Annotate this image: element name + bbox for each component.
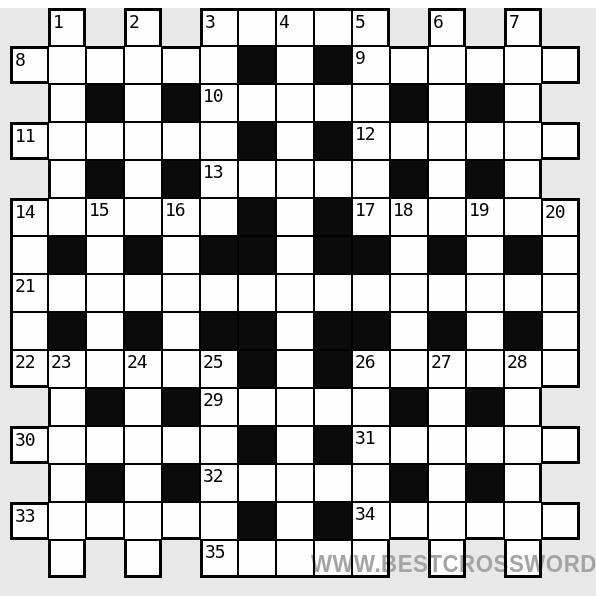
white-cell-r11c7[interactable] <box>276 426 314 464</box>
white-cell-r8c2[interactable] <box>86 312 124 350</box>
white-cell-r6c7[interactable] <box>276 236 314 274</box>
white-cell-r7c7[interactable] <box>276 274 314 312</box>
white-cell-r13c14[interactable] <box>542 502 580 540</box>
top-margin-strip <box>0 0 596 8</box>
black-cell-r8c9 <box>352 312 390 350</box>
clue-number-27: 27 <box>431 351 451 372</box>
black-cell-r10c10 <box>390 388 428 426</box>
white-cell-r1c1[interactable] <box>48 46 86 84</box>
black-cell-r13c8 <box>314 502 352 540</box>
black-cell-r6c1 <box>48 236 86 274</box>
white-cell-r9c0[interactable]: 22 <box>10 350 48 388</box>
white-cell-r10c9[interactable] <box>352 388 390 426</box>
clue-number-21: 21 <box>15 275 35 296</box>
white-cell-r12c5[interactable]: 32 <box>200 464 238 502</box>
white-cell-r4c5[interactable]: 13 <box>200 160 238 198</box>
white-cell-r10c1[interactable] <box>48 388 86 426</box>
white-cell-r4c3[interactable] <box>124 160 162 198</box>
black-cell-r2c2 <box>86 84 124 122</box>
white-cell-r11c14[interactable] <box>542 426 580 464</box>
white-cell-r2c11[interactable] <box>428 84 466 122</box>
white-cell-r10c8[interactable] <box>314 388 352 426</box>
clue-number-20: 20 <box>545 201 565 222</box>
black-cell-r8c3 <box>124 312 162 350</box>
white-cell-r0c11[interactable]: 6 <box>428 8 466 46</box>
clue-number-24: 24 <box>127 351 147 372</box>
white-cell-r12c1[interactable] <box>48 464 86 502</box>
white-cell-r11c2[interactable] <box>86 426 124 464</box>
clue-number-7: 7 <box>509 11 519 32</box>
white-cell-r1c13[interactable] <box>504 46 542 84</box>
white-cell-r9c3[interactable]: 24 <box>124 350 162 388</box>
white-cell-r3c9[interactable]: 12 <box>352 122 390 160</box>
clue-number-29: 29 <box>203 389 223 410</box>
black-cell-r2c4 <box>162 84 200 122</box>
clue-number-1: 1 <box>53 11 63 32</box>
white-cell-r1c7[interactable] <box>276 46 314 84</box>
black-cell-r1c6 <box>238 46 276 84</box>
black-cell-r9c6 <box>238 350 276 388</box>
white-cell-r1c3[interactable] <box>124 46 162 84</box>
white-cell-r14c3[interactable] <box>124 540 162 578</box>
white-cell-r9c1[interactable]: 23 <box>48 350 86 388</box>
black-cell-r11c6 <box>238 426 276 464</box>
white-cell-r13c3[interactable] <box>124 502 162 540</box>
clue-number-30: 30 <box>15 429 35 450</box>
white-cell-r7c13[interactable] <box>504 274 542 312</box>
white-cell-r8c10[interactable] <box>390 312 428 350</box>
white-cell-r4c11[interactable] <box>428 160 466 198</box>
black-cell-r11c8 <box>314 426 352 464</box>
white-cell-r13c11[interactable] <box>428 502 466 540</box>
clue-number-25: 25 <box>203 351 223 372</box>
clue-number-17: 17 <box>355 199 375 220</box>
white-cell-r5c1[interactable] <box>48 198 86 236</box>
white-cell-r2c6[interactable] <box>238 84 276 122</box>
clue-number-28: 28 <box>507 351 527 372</box>
white-cell-r0c3[interactable]: 2 <box>124 8 162 46</box>
white-cell-r13c4[interactable] <box>162 502 200 540</box>
clue-number-26: 26 <box>355 351 375 372</box>
white-cell-r12c7[interactable] <box>276 464 314 502</box>
white-cell-r3c3[interactable] <box>124 122 162 160</box>
white-cell-r5c12[interactable]: 19 <box>466 198 504 236</box>
white-cell-r3c5[interactable] <box>200 122 238 160</box>
white-cell-r13c2[interactable] <box>86 502 124 540</box>
white-cell-r5c7[interactable] <box>276 198 314 236</box>
white-cell-r1c10[interactable] <box>390 46 428 84</box>
white-cell-r9c14[interactable] <box>542 350 580 388</box>
white-cell-r2c3[interactable] <box>124 84 162 122</box>
white-cell-r5c9[interactable]: 17 <box>352 198 390 236</box>
white-cell-r2c5[interactable]: 10 <box>200 84 238 122</box>
white-cell-r5c14[interactable]: 20 <box>542 198 580 236</box>
white-cell-r4c1[interactable] <box>48 160 86 198</box>
white-cell-r13c1[interactable] <box>48 502 86 540</box>
white-cell-r0c7[interactable]: 4 <box>276 8 314 46</box>
white-cell-r0c9[interactable]: 5 <box>352 8 390 46</box>
black-cell-r8c8 <box>314 312 352 350</box>
clue-number-16: 16 <box>165 199 185 220</box>
white-cell-r9c4[interactable] <box>162 350 200 388</box>
black-cell-r6c3 <box>124 236 162 274</box>
black-cell-r12c12 <box>466 464 504 502</box>
clue-number-9: 9 <box>355 47 365 68</box>
black-cell-r6c8 <box>314 236 352 274</box>
white-cell-r7c2[interactable] <box>86 274 124 312</box>
white-cell-r7c9[interactable] <box>352 274 390 312</box>
white-cell-r9c2[interactable] <box>86 350 124 388</box>
white-cell-r1c2[interactable] <box>86 46 124 84</box>
clue-number-12: 12 <box>355 123 375 144</box>
white-cell-r8c12[interactable] <box>466 312 504 350</box>
white-cell-r7c4[interactable] <box>162 274 200 312</box>
white-cell-r13c10[interactable] <box>390 502 428 540</box>
clue-number-10: 10 <box>203 85 223 106</box>
black-cell-r8c11 <box>428 312 466 350</box>
white-cell-r1c9[interactable]: 9 <box>352 46 390 84</box>
clue-number-4: 4 <box>279 11 289 32</box>
white-cell-r3c11[interactable] <box>428 122 466 160</box>
black-cell-r6c5 <box>200 236 238 274</box>
black-cell-r6c13 <box>504 236 542 274</box>
black-cell-r3c6 <box>238 122 276 160</box>
clue-number-34: 34 <box>355 503 375 524</box>
white-cell-r7c5[interactable] <box>200 274 238 312</box>
white-cell-r6c12[interactable] <box>466 236 504 274</box>
white-cell-r6c14[interactable] <box>542 236 580 274</box>
black-cell-r3c8 <box>314 122 352 160</box>
white-cell-r7c1[interactable] <box>48 274 86 312</box>
black-cell-r8c13 <box>504 312 542 350</box>
clue-number-13: 13 <box>203 161 223 182</box>
clue-number-18: 18 <box>393 199 413 220</box>
white-cell-r9c12[interactable] <box>466 350 504 388</box>
clue-number-35: 35 <box>205 541 225 562</box>
white-cell-r4c9[interactable] <box>352 160 390 198</box>
white-cell-r9c10[interactable] <box>390 350 428 388</box>
white-cell-r6c0[interactable] <box>10 236 48 274</box>
black-cell-r12c4 <box>162 464 200 502</box>
white-cell-r5c10[interactable]: 18 <box>390 198 428 236</box>
white-cell-r14c1[interactable] <box>48 540 86 578</box>
white-cell-r10c7[interactable] <box>276 388 314 426</box>
white-cell-r7c12[interactable] <box>466 274 504 312</box>
white-cell-r10c13[interactable] <box>504 388 542 426</box>
white-cell-r0c1[interactable]: 1 <box>48 8 86 46</box>
black-cell-r9c8 <box>314 350 352 388</box>
white-cell-r11c3[interactable] <box>124 426 162 464</box>
clue-number-23: 23 <box>51 351 71 372</box>
white-cell-r14c5[interactable]: 35 <box>200 540 238 578</box>
white-cell-r4c13[interactable] <box>504 160 542 198</box>
crossword-board: 1234567891011121314151617181920212223242… <box>10 8 580 578</box>
white-cell-r14c6[interactable] <box>238 540 276 578</box>
black-cell-r4c4 <box>162 160 200 198</box>
white-cell-r7c6[interactable] <box>238 274 276 312</box>
white-cell-r9c11[interactable]: 27 <box>428 350 466 388</box>
clue-number-8: 8 <box>15 49 25 70</box>
white-cell-r13c12[interactable] <box>466 502 504 540</box>
white-cell-r13c13[interactable] <box>504 502 542 540</box>
black-cell-r4c10 <box>390 160 428 198</box>
white-cell-r1c4[interactable] <box>162 46 200 84</box>
white-cell-r2c8[interactable] <box>314 84 352 122</box>
white-cell-r13c5[interactable] <box>200 502 238 540</box>
white-cell-r1c11[interactable] <box>428 46 466 84</box>
white-cell-r11c0[interactable]: 30 <box>10 426 48 464</box>
white-cell-r11c9[interactable]: 31 <box>352 426 390 464</box>
white-cell-r9c5[interactable]: 25 <box>200 350 238 388</box>
white-cell-r8c14[interactable] <box>542 312 580 350</box>
clue-number-22: 22 <box>15 351 35 372</box>
white-cell-r6c4[interactable] <box>162 236 200 274</box>
white-cell-r7c11[interactable] <box>428 274 466 312</box>
clue-number-3: 3 <box>205 11 215 32</box>
white-cell-r3c12[interactable] <box>466 122 504 160</box>
white-cell-r3c10[interactable] <box>390 122 428 160</box>
white-cell-r7c14[interactable] <box>542 274 580 312</box>
white-cell-r5c0[interactable]: 14 <box>10 198 48 236</box>
white-cell-r10c5[interactable]: 29 <box>200 388 238 426</box>
black-cell-r10c2 <box>86 388 124 426</box>
white-cell-r11c4[interactable] <box>162 426 200 464</box>
white-cell-r7c3[interactable] <box>124 274 162 312</box>
white-cell-r3c13[interactable] <box>504 122 542 160</box>
white-cell-r2c9[interactable] <box>352 84 390 122</box>
white-cell-r12c13[interactable] <box>504 464 542 502</box>
white-cell-r7c0[interactable]: 21 <box>10 274 48 312</box>
black-cell-r6c9 <box>352 236 390 274</box>
white-cell-r3c7[interactable] <box>276 122 314 160</box>
clue-number-33: 33 <box>15 505 35 526</box>
white-cell-r1c14[interactable] <box>542 46 580 84</box>
clue-number-31: 31 <box>355 427 375 448</box>
white-cell-r11c5[interactable] <box>200 426 238 464</box>
white-cell-r3c14[interactable] <box>542 122 580 160</box>
white-cell-r1c0[interactable]: 8 <box>10 46 48 84</box>
clue-number-2: 2 <box>129 11 139 32</box>
black-cell-r2c12 <box>466 84 504 122</box>
white-cell-r5c11[interactable] <box>428 198 466 236</box>
white-cell-r11c11[interactable] <box>428 426 466 464</box>
white-cell-r12c3[interactable] <box>124 464 162 502</box>
clue-number-15: 15 <box>89 199 109 220</box>
black-cell-r8c6 <box>238 312 276 350</box>
white-cell-r2c13[interactable] <box>504 84 542 122</box>
white-cell-r5c4[interactable]: 16 <box>162 198 200 236</box>
clue-number-32: 32 <box>203 465 223 486</box>
white-cell-r7c8[interactable] <box>314 274 352 312</box>
white-cell-r5c2[interactable]: 15 <box>86 198 124 236</box>
white-cell-r4c8[interactable] <box>314 160 352 198</box>
white-cell-r12c6[interactable] <box>238 464 276 502</box>
white-cell-r13c7[interactable] <box>276 502 314 540</box>
clue-number-14: 14 <box>15 201 35 222</box>
black-cell-r12c2 <box>86 464 124 502</box>
white-cell-r11c1[interactable] <box>48 426 86 464</box>
black-cell-r12c10 <box>390 464 428 502</box>
black-cell-r10c12 <box>466 388 504 426</box>
white-cell-r1c12[interactable] <box>466 46 504 84</box>
white-cell-r0c5[interactable]: 3 <box>200 8 238 46</box>
white-cell-r0c6[interactable] <box>238 8 276 46</box>
black-cell-r13c6 <box>238 502 276 540</box>
white-cell-r11c13[interactable] <box>504 426 542 464</box>
white-cell-r8c4[interactable] <box>162 312 200 350</box>
white-cell-r6c2[interactable] <box>86 236 124 274</box>
clue-number-11: 11 <box>15 125 35 146</box>
black-cell-r10c4 <box>162 388 200 426</box>
white-cell-r12c11[interactable] <box>428 464 466 502</box>
white-cell-r4c6[interactable] <box>238 160 276 198</box>
white-cell-r10c3[interactable] <box>124 388 162 426</box>
white-cell-r2c1[interactable] <box>48 84 86 122</box>
white-cell-r12c8[interactable] <box>314 464 352 502</box>
white-cell-r7c10[interactable] <box>390 274 428 312</box>
white-cell-r5c13[interactable] <box>504 198 542 236</box>
white-cell-r2c7[interactable] <box>276 84 314 122</box>
white-cell-r10c11[interactable] <box>428 388 466 426</box>
white-cell-r0c13[interactable]: 7 <box>504 8 542 46</box>
white-cell-r11c12[interactable] <box>466 426 504 464</box>
clue-number-19: 19 <box>469 199 489 220</box>
watermark-text: WWW.BESTCROSSWORDS.RU <box>311 551 596 578</box>
white-cell-r8c7[interactable] <box>276 312 314 350</box>
white-cell-r5c3[interactable] <box>124 198 162 236</box>
white-cell-r6c10[interactable] <box>390 236 428 274</box>
white-cell-r13c9[interactable]: 34 <box>352 502 390 540</box>
black-cell-r6c11 <box>428 236 466 274</box>
white-cell-r9c7[interactable] <box>276 350 314 388</box>
black-cell-r8c1 <box>48 312 86 350</box>
black-cell-r5c6 <box>238 198 276 236</box>
white-cell-r3c4[interactable] <box>162 122 200 160</box>
black-cell-r2c10 <box>390 84 428 122</box>
white-cell-r3c0[interactable]: 11 <box>10 122 48 160</box>
black-cell-r1c8 <box>314 46 352 84</box>
white-cell-r0c8[interactable] <box>314 8 352 46</box>
white-cell-r4c7[interactable] <box>276 160 314 198</box>
white-cell-r3c2[interactable] <box>86 122 124 160</box>
white-cell-r10c6[interactable] <box>238 388 276 426</box>
white-cell-r8c0[interactable] <box>10 312 48 350</box>
white-cell-r13c0[interactable]: 33 <box>10 502 48 540</box>
clue-number-6: 6 <box>433 11 443 32</box>
white-cell-r12c9[interactable] <box>352 464 390 502</box>
white-cell-r14c7[interactable] <box>276 540 314 578</box>
black-cell-r4c2 <box>86 160 124 198</box>
white-cell-r1c5[interactable] <box>200 46 238 84</box>
black-cell-r8c5 <box>200 312 238 350</box>
white-cell-r9c9[interactable]: 26 <box>352 350 390 388</box>
white-cell-r9c13[interactable]: 28 <box>504 350 542 388</box>
black-cell-r6c6 <box>238 236 276 274</box>
black-cell-r4c12 <box>466 160 504 198</box>
clue-number-5: 5 <box>355 11 365 32</box>
white-cell-r3c1[interactable] <box>48 122 86 160</box>
white-cell-r11c10[interactable] <box>390 426 428 464</box>
black-cell-r5c8 <box>314 198 352 236</box>
white-cell-r5c5[interactable] <box>200 198 238 236</box>
